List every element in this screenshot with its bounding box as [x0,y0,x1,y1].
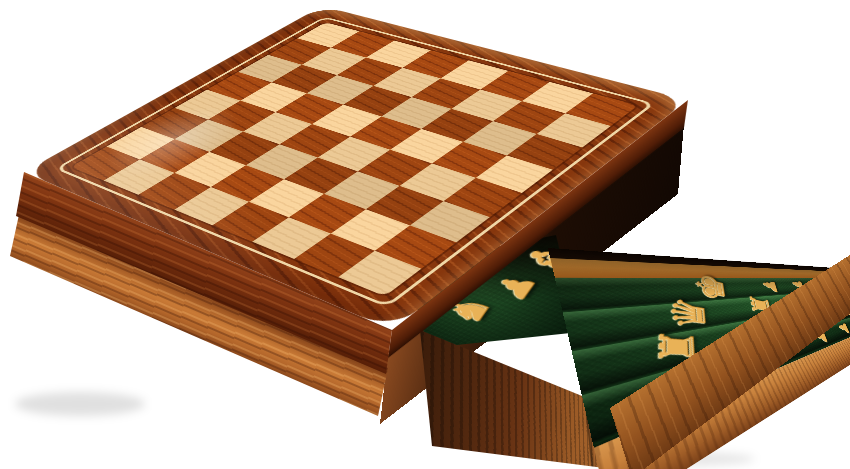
ground-shadow-left [15,392,145,416]
product-photo-canvas: { "game": "chess", "scene": { "type": "p… [0,0,850,469]
